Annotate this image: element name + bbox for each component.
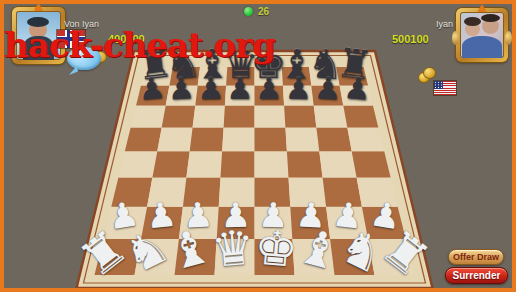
norway-flag-icon [57, 30, 85, 48]
left-player-photo [16, 11, 61, 60]
black-pawn[interactable]: ♟ [326, 71, 388, 106]
right-player-coins: 500100 [392, 33, 429, 45]
right-player-avatar [456, 8, 508, 62]
timer-value: 26 [258, 6, 269, 17]
timer-dot [244, 7, 253, 16]
right-player-photo [460, 12, 504, 58]
coin-stack-icon [418, 66, 435, 82]
avatar-ornament-icon [8, 31, 15, 45]
surrender-button[interactable]: Surrender [445, 267, 508, 284]
right-player-name: Iyan [436, 19, 453, 29]
chat-bubble-icon[interactable] [67, 47, 101, 70]
game-screen: ♜♞♝♛♚♝♞♜♟♟♟♟♟♟♟♟♟♟♟♟♟♟♟♟♜♞♝♛♚♝♞♜ hack-ch… [0, 0, 516, 292]
usa-flag-icon [434, 81, 456, 95]
left-player-coins: 400000 [108, 33, 145, 45]
avatar-ornament-icon [505, 31, 512, 45]
avatar-ornament-icon [452, 31, 459, 45]
offer-draw-button[interactable]: Offer Draw [448, 249, 504, 265]
left-player-name: Von Iyan [64, 19, 99, 29]
